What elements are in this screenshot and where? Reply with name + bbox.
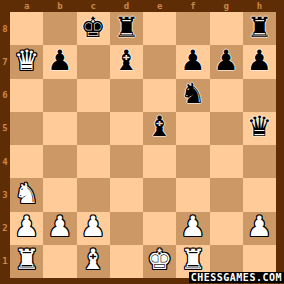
black-rook-d8: ♜ — [114, 14, 139, 42]
square-a8 — [10, 12, 43, 45]
square-g8 — [210, 12, 243, 45]
rank-labels: 87654321 — [0, 12, 10, 278]
white-pawn-a2: ♟ — [14, 213, 39, 241]
square-e7 — [143, 45, 176, 78]
file-label-f: f — [176, 0, 209, 12]
rank-label-3: 3 — [0, 178, 10, 211]
black-queen-h5: ♛ — [247, 113, 272, 141]
white-knight-a3: ♞ — [14, 180, 39, 208]
square-c3 — [77, 178, 110, 211]
rank-label-5: 5 — [0, 112, 10, 145]
square-h7: ♟ — [243, 45, 276, 78]
white-pawn-h2: ♟ — [247, 213, 272, 241]
rank-label-4: 4 — [0, 145, 10, 178]
white-bishop-c1: ♝ — [81, 246, 106, 274]
square-h6 — [243, 79, 276, 112]
white-rook-f1: ♜ — [180, 246, 205, 274]
square-b7: ♟ — [43, 45, 76, 78]
rank-label-1: 1 — [0, 245, 10, 278]
file-label-a: a — [10, 0, 43, 12]
black-rook-h8: ♜ — [247, 14, 272, 42]
square-b8 — [43, 12, 76, 45]
square-e4 — [143, 145, 176, 178]
square-h5: ♛ — [243, 112, 276, 145]
black-pawn-g7: ♟ — [214, 47, 239, 75]
black-king-c8: ♚ — [81, 14, 106, 42]
white-rook-a1: ♜ — [14, 246, 39, 274]
black-bishop-e5: ♝ — [147, 113, 172, 141]
file-label-g: g — [210, 0, 243, 12]
black-pawn-b7: ♟ — [47, 47, 72, 75]
square-d1 — [110, 245, 143, 278]
square-a1: ♜ — [10, 245, 43, 278]
square-b5 — [43, 112, 76, 145]
site-watermark: CHESSGAMES.COM — [189, 272, 284, 283]
square-e1: ♚ — [143, 245, 176, 278]
square-g2 — [210, 212, 243, 245]
square-h4 — [243, 145, 276, 178]
square-a6 — [10, 79, 43, 112]
square-e3 — [143, 178, 176, 211]
square-e2 — [143, 212, 176, 245]
square-d7: ♝ — [110, 45, 143, 78]
square-c6 — [77, 79, 110, 112]
square-b1 — [43, 245, 76, 278]
square-h2: ♟ — [243, 212, 276, 245]
rank-label-7: 7 — [0, 45, 10, 78]
square-g7: ♟ — [210, 45, 243, 78]
square-d8: ♜ — [110, 12, 143, 45]
square-b6 — [43, 79, 76, 112]
square-a3: ♞ — [10, 178, 43, 211]
square-g3 — [210, 178, 243, 211]
square-d4 — [110, 145, 143, 178]
square-f8 — [176, 12, 209, 45]
rank-label-6: 6 — [0, 79, 10, 112]
square-g4 — [210, 145, 243, 178]
square-h8: ♜ — [243, 12, 276, 45]
square-f5 — [176, 112, 209, 145]
rank-label-2: 2 — [0, 212, 10, 245]
rank-label-8: 8 — [0, 12, 10, 45]
square-h3 — [243, 178, 276, 211]
square-f6: ♞ — [176, 79, 209, 112]
square-a4 — [10, 145, 43, 178]
square-c2: ♟ — [77, 212, 110, 245]
square-c7 — [77, 45, 110, 78]
square-e5: ♝ — [143, 112, 176, 145]
file-label-b: b — [43, 0, 76, 12]
square-c4 — [77, 145, 110, 178]
chess-diagram: abcdefgh 87654321 ♚♜♜♛♟♝♟♟♟♞♝♛♞♟♟♟♟♟♜♝♚♜… — [0, 0, 284, 284]
square-c5 — [77, 112, 110, 145]
square-f2: ♟ — [176, 212, 209, 245]
white-pawn-c2: ♟ — [81, 213, 106, 241]
square-e6 — [143, 79, 176, 112]
square-f3 — [176, 178, 209, 211]
square-e8 — [143, 12, 176, 45]
black-pawn-h7: ♟ — [247, 47, 272, 75]
white-pawn-b2: ♟ — [47, 213, 72, 241]
black-bishop-d7: ♝ — [114, 47, 139, 75]
black-pawn-f7: ♟ — [180, 47, 205, 75]
square-f4 — [176, 145, 209, 178]
square-b3 — [43, 178, 76, 211]
file-labels: abcdefgh — [10, 0, 276, 12]
square-g6 — [210, 79, 243, 112]
white-pawn-f2: ♟ — [180, 213, 205, 241]
square-b4 — [43, 145, 76, 178]
white-queen-a7: ♛ — [14, 47, 39, 75]
square-a5 — [10, 112, 43, 145]
square-f7: ♟ — [176, 45, 209, 78]
square-d5 — [110, 112, 143, 145]
square-d2 — [110, 212, 143, 245]
square-d6 — [110, 79, 143, 112]
square-a2: ♟ — [10, 212, 43, 245]
black-knight-f6: ♞ — [180, 80, 205, 108]
square-g5 — [210, 112, 243, 145]
white-king-e1: ♚ — [147, 246, 172, 274]
square-d3 — [110, 178, 143, 211]
chess-board: ♚♜♜♛♟♝♟♟♟♞♝♛♞♟♟♟♟♟♜♝♚♜ — [10, 12, 276, 278]
square-c1: ♝ — [77, 245, 110, 278]
file-label-e: e — [143, 0, 176, 12]
square-a7: ♛ — [10, 45, 43, 78]
square-b2: ♟ — [43, 212, 76, 245]
square-c8: ♚ — [77, 12, 110, 45]
